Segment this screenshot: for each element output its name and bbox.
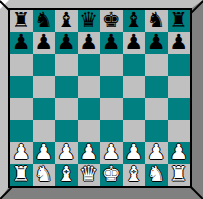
square-a5[interactable]	[10, 76, 33, 98]
square-g4[interactable]	[145, 98, 168, 120]
square-b3[interactable]	[33, 120, 56, 142]
square-e1[interactable]: ♚	[100, 164, 123, 186]
square-b6[interactable]	[33, 54, 56, 76]
square-a7[interactable]: ♟	[10, 32, 33, 54]
black-bishop-piece[interactable]: ♝	[124, 10, 143, 31]
square-b1[interactable]: ♞	[33, 164, 56, 186]
square-d7[interactable]: ♟	[78, 32, 101, 54]
square-a8[interactable]: ♜	[10, 10, 33, 32]
square-g1[interactable]: ♞	[145, 164, 168, 186]
square-f8[interactable]: ♝	[123, 10, 146, 32]
board-frame: ♜♞♝♛♚♝♞♜♟♟♟♟♟♟♟♟♟♟♟♟♟♟♟♟♜♞♝♛♚♝♞♜	[0, 0, 203, 199]
white-knight-piece[interactable]: ♞	[147, 164, 166, 185]
black-pawn-piece[interactable]: ♟	[12, 32, 31, 53]
square-e2[interactable]: ♟	[100, 142, 123, 164]
black-pawn-piece[interactable]: ♟	[169, 32, 188, 53]
board-border: ♜♞♝♛♚♝♞♜♟♟♟♟♟♟♟♟♟♟♟♟♟♟♟♟♜♞♝♛♚♝♞♜	[8, 8, 192, 188]
square-b2[interactable]: ♟	[33, 142, 56, 164]
square-g8[interactable]: ♞	[145, 10, 168, 32]
square-c8[interactable]: ♝	[55, 10, 78, 32]
square-h1[interactable]: ♜	[168, 164, 191, 186]
black-pawn-piece[interactable]: ♟	[124, 32, 143, 53]
white-rook-piece[interactable]: ♜	[12, 164, 31, 185]
square-h3[interactable]	[168, 120, 191, 142]
black-pawn-piece[interactable]: ♟	[79, 32, 98, 53]
square-c5[interactable]	[55, 76, 78, 98]
black-bishop-piece[interactable]: ♝	[57, 10, 76, 31]
square-b7[interactable]: ♟	[33, 32, 56, 54]
square-d5[interactable]	[78, 76, 101, 98]
square-e7[interactable]: ♟	[100, 32, 123, 54]
square-a4[interactable]	[10, 98, 33, 120]
square-b4[interactable]	[33, 98, 56, 120]
white-bishop-piece[interactable]: ♝	[124, 164, 143, 185]
square-d2[interactable]: ♟	[78, 142, 101, 164]
square-a6[interactable]	[10, 54, 33, 76]
square-c4[interactable]	[55, 98, 78, 120]
chess-app-window: ♜♞♝♛♚♝♞♜♟♟♟♟♟♟♟♟♟♟♟♟♟♟♟♟♜♞♝♛♚♝♞♜	[0, 0, 203, 199]
square-c2[interactable]: ♟	[55, 142, 78, 164]
square-c1[interactable]: ♝	[55, 164, 78, 186]
white-knight-piece[interactable]: ♞	[34, 164, 53, 185]
black-pawn-piece[interactable]: ♟	[147, 32, 166, 53]
square-d1[interactable]: ♛	[78, 164, 101, 186]
black-knight-piece[interactable]: ♞	[147, 10, 166, 31]
square-g6[interactable]	[145, 54, 168, 76]
square-f6[interactable]	[123, 54, 146, 76]
white-pawn-piece[interactable]: ♟	[147, 142, 166, 163]
square-a2[interactable]: ♟	[10, 142, 33, 164]
white-pawn-piece[interactable]: ♟	[102, 142, 121, 163]
square-e5[interactable]	[100, 76, 123, 98]
square-f4[interactable]	[123, 98, 146, 120]
black-rook-piece[interactable]: ♜	[12, 10, 31, 31]
square-g5[interactable]	[145, 76, 168, 98]
square-h4[interactable]	[168, 98, 191, 120]
black-pawn-piece[interactable]: ♟	[34, 32, 53, 53]
square-f2[interactable]: ♟	[123, 142, 146, 164]
square-e4[interactable]	[100, 98, 123, 120]
white-pawn-piece[interactable]: ♟	[12, 142, 31, 163]
square-e3[interactable]	[100, 120, 123, 142]
white-king-piece[interactable]: ♚	[102, 164, 121, 185]
square-e6[interactable]	[100, 54, 123, 76]
square-h6[interactable]	[168, 54, 191, 76]
square-h2[interactable]: ♟	[168, 142, 191, 164]
white-pawn-piece[interactable]: ♟	[169, 142, 188, 163]
white-queen-piece[interactable]: ♛	[79, 164, 98, 185]
square-h5[interactable]	[168, 76, 191, 98]
square-d6[interactable]	[78, 54, 101, 76]
square-b8[interactable]: ♞	[33, 10, 56, 32]
square-b5[interactable]	[33, 76, 56, 98]
square-h7[interactable]: ♟	[168, 32, 191, 54]
black-pawn-piece[interactable]: ♟	[102, 32, 121, 53]
square-e8[interactable]: ♚	[100, 10, 123, 32]
black-king-piece[interactable]: ♚	[102, 10, 121, 31]
black-knight-piece[interactable]: ♞	[34, 10, 53, 31]
square-f7[interactable]: ♟	[123, 32, 146, 54]
white-bishop-piece[interactable]: ♝	[57, 164, 76, 185]
white-rook-piece[interactable]: ♜	[169, 164, 188, 185]
black-pawn-piece[interactable]: ♟	[57, 32, 76, 53]
square-d3[interactable]	[78, 120, 101, 142]
square-c6[interactable]	[55, 54, 78, 76]
square-d4[interactable]	[78, 98, 101, 120]
chess-board: ♜♞♝♛♚♝♞♜♟♟♟♟♟♟♟♟♟♟♟♟♟♟♟♟♜♞♝♛♚♝♞♜	[10, 10, 190, 186]
white-pawn-piece[interactable]: ♟	[124, 142, 143, 163]
square-f5[interactable]	[123, 76, 146, 98]
square-f3[interactable]	[123, 120, 146, 142]
square-f1[interactable]: ♝	[123, 164, 146, 186]
white-pawn-piece[interactable]: ♟	[34, 142, 53, 163]
square-g7[interactable]: ♟	[145, 32, 168, 54]
square-d8[interactable]: ♛	[78, 10, 101, 32]
square-h8[interactable]: ♜	[168, 10, 191, 32]
black-rook-piece[interactable]: ♜	[169, 10, 188, 31]
black-queen-piece[interactable]: ♛	[79, 10, 98, 31]
white-pawn-piece[interactable]: ♟	[79, 142, 98, 163]
square-a1[interactable]: ♜	[10, 164, 33, 186]
square-g3[interactable]	[145, 120, 168, 142]
square-c3[interactable]	[55, 120, 78, 142]
square-g2[interactable]: ♟	[145, 142, 168, 164]
square-a3[interactable]	[10, 120, 33, 142]
square-c7[interactable]: ♟	[55, 32, 78, 54]
white-pawn-piece[interactable]: ♟	[57, 142, 76, 163]
